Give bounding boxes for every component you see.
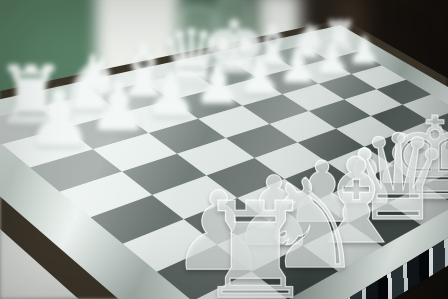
square-e4 [0,0,448,299]
square-h8 [0,0,448,299]
black-pawn-b7: ♟ [231,164,316,259]
square-b3 [0,0,448,299]
white-pawn-f2: ♟ [278,45,317,89]
square-d2 [0,0,448,299]
square-d7 [0,0,448,299]
square-d4 [0,0,448,299]
square-g8 [0,0,448,299]
table-edge-shadow [0,0,448,299]
square-d6 [0,0,448,299]
square-e1 [0,0,448,299]
square-a1 [0,0,448,299]
black-bishop-c8: ♝ [304,143,410,261]
white-king-e1: ♚ [201,11,266,84]
black-pawn-g7: ♟ [444,108,448,162]
square-e8 [0,0,448,299]
black-king-e8: ♚ [384,103,448,217]
white-knight-b1: ♞ [57,46,124,121]
board-front-facets [0,0,448,299]
square-h6 [0,0,448,299]
black-pawn-d7: ♟ [332,139,398,213]
white-pawn-e2: ♟ [238,51,281,99]
square-f8 [0,0,448,299]
white-pawn-b2: ♟ [88,74,148,141]
square-a4 [0,0,448,299]
white-pawn-d2: ♟ [194,58,242,112]
square-b6 [0,0,448,299]
square-f4 [0,0,448,299]
square-g4 [0,0,448,299]
board-light-wash [0,0,448,299]
square-c4 [0,0,448,299]
square-c8 [0,0,448,299]
white-bishop-f1: ♝ [249,19,298,73]
square-c7 [0,0,448,299]
white-queen-d1: ♛ [158,20,225,95]
black-pawn-a7: ♟ [170,178,267,287]
glass-chess-photo: ♜♞♝♛♚♝♞♜♟♟♟♟♟♟♟♟♟♟♟♟♟♟♟♟♜♞♝♛♚♝♞♜ [0,0,448,299]
square-d8 [0,0,448,299]
board-squares [0,0,448,299]
square-a7 [0,0,448,299]
glassware-blur-2 [216,0,250,84]
chess-board [0,0,448,299]
square-c3 [0,0,448,299]
square-e5 [0,0,448,299]
square-f3 [0,0,448,299]
square-d5 [0,0,448,299]
square-h1 [0,0,448,299]
square-f6 [0,0,448,299]
square-c6 [0,0,448,299]
square-d1 [0,0,448,299]
black-pawn-e7: ♟ [373,128,432,194]
wall-highlight [258,0,300,52]
square-a8 [0,0,448,299]
square-b2 [0,0,448,299]
white-pawn-a2: ♟ [25,82,93,158]
black-bishop-f8: ♝ [431,114,448,197]
square-e6 [0,0,448,299]
white-bishop-c1: ♝ [111,34,177,107]
black-knight-b8: ♞ [254,164,364,287]
white-pawn-h2: ♟ [348,33,381,70]
square-g3 [0,0,448,299]
black-pawn-c7: ♟ [285,151,360,235]
square-f2 [0,0,448,299]
table-surface [0,0,448,299]
board-bevel-rim [0,0,448,299]
square-c5 [0,0,448,299]
square-g5 [0,0,448,299]
square-g6 [0,0,448,299]
square-c2 [0,0,448,299]
background-dark-room [0,0,448,299]
window-frame [95,0,180,138]
square-b1 [0,0,448,299]
square-b5 [0,0,448,299]
square-c1 [0,0,448,299]
square-h2 [0,0,448,299]
square-b4 [0,0,448,299]
square-h3 [0,0,448,299]
square-f7 [0,0,448,299]
square-h5 [0,0,448,299]
square-f1 [0,0,448,299]
board-outer-edge [0,0,448,299]
square-e3 [0,0,448,299]
square-d3 [0,0,448,299]
white-rook-h1: ♜ [323,16,358,55]
glassware-blur [178,6,216,100]
black-queen-d8: ♛ [345,119,448,238]
white-knight-g1: ♞ [288,19,329,64]
background-wood-column [336,0,364,124]
square-b8 [0,0,448,299]
square-g1 [0,0,448,299]
background-green-wall [0,0,282,157]
photo-vignette [0,0,448,299]
square-h7 [0,0,448,299]
square-g2 [0,0,448,299]
square-f5 [0,0,448,299]
white-rook-a1: ♜ [0,57,67,137]
white-pawn-c2: ♟ [144,66,198,126]
square-e7 [0,0,448,299]
square-e2 [0,0,448,299]
black-pawn-f7: ♟ [410,117,448,177]
square-a6 [0,0,448,299]
chess-pieces-layer: ♜♞♝♛♚♝♞♜♟♟♟♟♟♟♟♟♟♟♟♟♟♟♟♟♜♞♝♛♚♝♞♜ [0,0,448,299]
black-rook-a8: ♜ [196,184,315,299]
square-g7 [0,0,448,299]
square-a5 [0,0,448,299]
white-pawn-g2: ♟ [315,39,351,79]
square-a3 [0,0,448,299]
square-b7 [0,0,448,299]
square-h4 [0,0,448,299]
square-a2 [0,0,448,299]
